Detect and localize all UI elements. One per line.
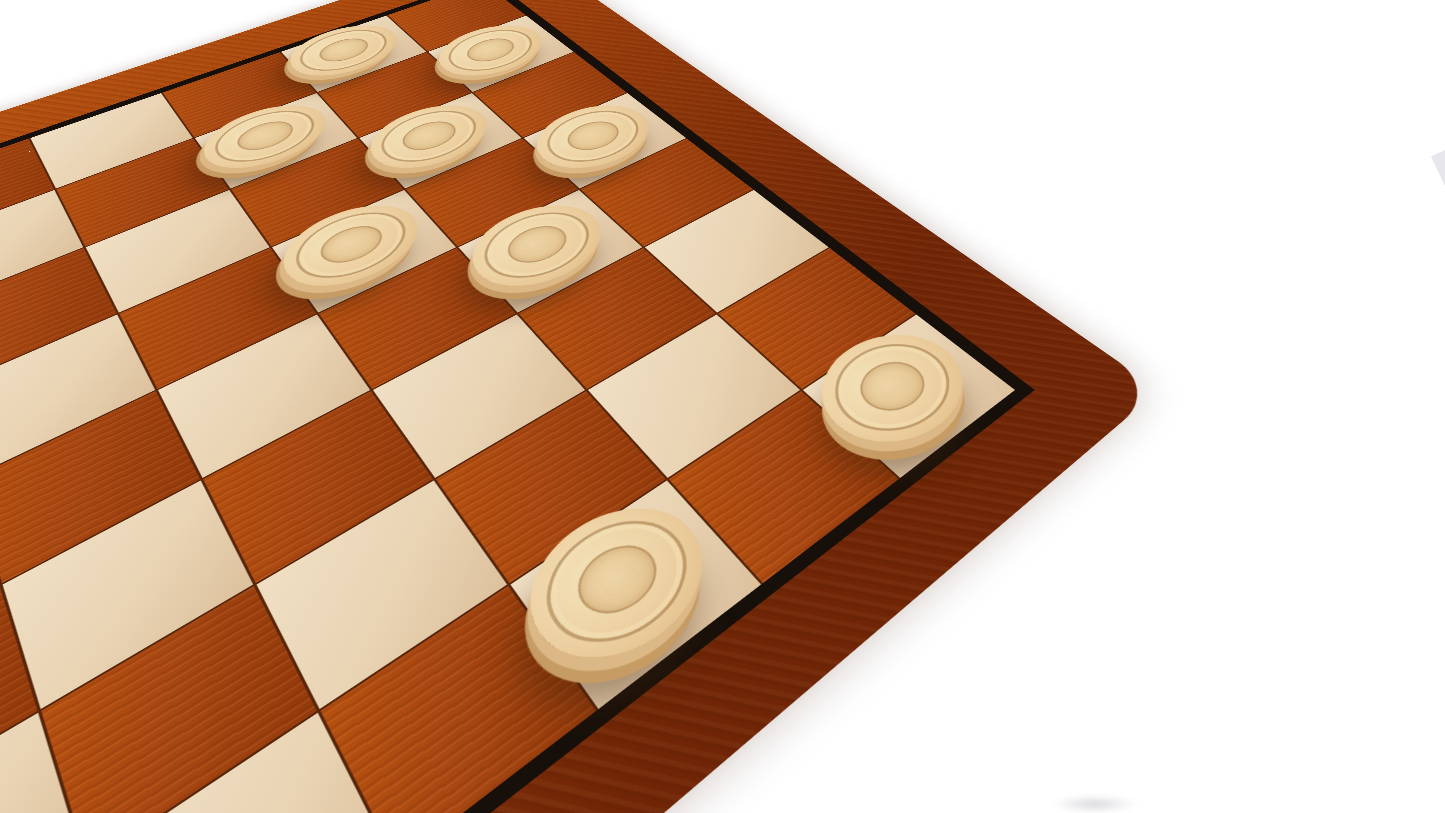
checkers-board: ⛀⛀⛀⛀⛀⛀⛀⛀⛀ bbox=[0, 0, 1159, 813]
background-artifact bbox=[1431, 150, 1445, 186]
board-corner-shadow bbox=[1052, 796, 1138, 812]
photo-viewport: ⛀⛀⛀⛀⛀⛀⛀⛀⛀ bbox=[0, 0, 1445, 813]
board-squares-grid: ⛀⛀⛀⛀⛀⛀⛀⛀⛀ bbox=[0, 0, 1015, 813]
